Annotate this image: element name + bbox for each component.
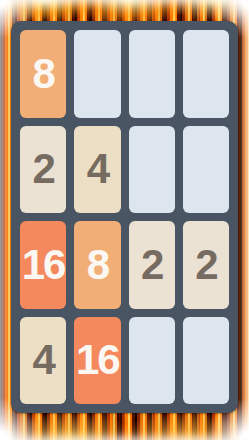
tile-r0c1 bbox=[74, 30, 120, 118]
tile-r3c2 bbox=[129, 317, 175, 405]
screenshot-root: 8 2 4 16 8 2 2 4 16 bbox=[0, 0, 249, 440]
tile-r3c3 bbox=[183, 317, 229, 405]
game-board-2048[interactable]: 8 2 4 16 8 2 2 4 16 bbox=[11, 21, 238, 413]
tile-r2c3: 2 bbox=[183, 221, 229, 309]
tile-r3c1: 16 bbox=[74, 317, 120, 405]
tile-r0c2 bbox=[129, 30, 175, 118]
tile-r2c0: 16 bbox=[20, 221, 66, 309]
tile-r0c0: 8 bbox=[20, 30, 66, 118]
tile-r1c2 bbox=[129, 126, 175, 214]
tile-r1c1: 4 bbox=[74, 126, 120, 214]
tile-r1c0: 2 bbox=[20, 126, 66, 214]
tile-r3c0: 4 bbox=[20, 317, 66, 405]
tile-r0c3 bbox=[183, 30, 229, 118]
tile-r1c3 bbox=[183, 126, 229, 214]
tile-r2c2: 2 bbox=[129, 221, 175, 309]
tile-r2c1: 8 bbox=[74, 221, 120, 309]
